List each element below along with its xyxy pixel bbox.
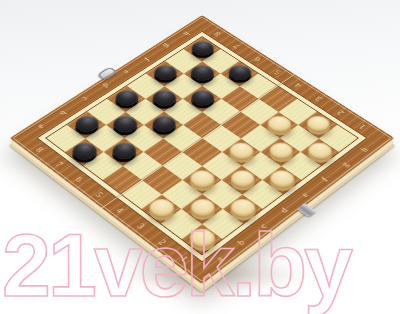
clasp-hook-right <box>297 203 316 217</box>
playing-field <box>45 36 359 255</box>
field-border <box>37 31 368 262</box>
file-label-h: h <box>348 138 380 160</box>
file-label-d: d <box>268 198 301 222</box>
file-label-g: g <box>329 153 361 175</box>
checkers-board: 87654321 87654321 hgfedcba hgfedcba <box>10 15 395 284</box>
product-photo: 87654321 87654321 hgfedcba hgfedcba 21ve… <box>0 0 400 314</box>
file-label-b: b <box>225 230 259 255</box>
file-label-c: c <box>246 214 279 238</box>
file-label-f: f <box>309 168 342 191</box>
